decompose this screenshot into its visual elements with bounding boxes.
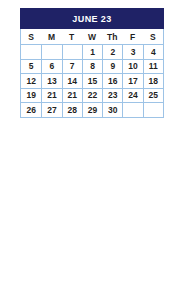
calendar-cell-day-13: 13 — [41, 73, 61, 88]
calendar-cell-day-11: 11 — [143, 59, 163, 74]
calendar-cell-day-2: 2 — [102, 44, 122, 59]
calendar-cell-day-12: 12 — [21, 73, 41, 88]
day-of-week-header-0: S — [21, 29, 41, 44]
calendar-cell-day-7: 7 — [62, 59, 82, 74]
calendar-cell-day-26: 26 — [21, 102, 41, 117]
calendar-cell-day-17: 17 — [122, 73, 142, 88]
calendar-cell-day-30: 30 — [102, 102, 122, 117]
calendar-cell-empty — [41, 44, 61, 59]
calendar-cell-empty — [62, 44, 82, 59]
calendar-cell-day-18: 18 — [143, 73, 163, 88]
calendar-cell-day-21: 21 — [62, 88, 82, 103]
mini-calendar: JUNE 23 SMTWThFS123456789101112131415161… — [20, 8, 164, 118]
day-of-week-header-4: Th — [102, 29, 122, 44]
calendar-cell-day-14: 14 — [62, 73, 82, 88]
day-of-week-header-1: M — [41, 29, 61, 44]
calendar-cell-day-15: 15 — [82, 73, 102, 88]
calendar-cell-day-22: 22 — [82, 88, 102, 103]
calendar-grid: SMTWThFS12345678910111213141516171819212… — [20, 29, 164, 118]
day-of-week-header-5: F — [122, 29, 142, 44]
calendar-cell-day-4: 4 — [143, 44, 163, 59]
calendar-cell-empty — [21, 44, 41, 59]
day-of-week-header-6: S — [143, 29, 163, 44]
calendar-cell-empty — [122, 102, 142, 117]
calendar-cell-day-1: 1 — [82, 44, 102, 59]
calendar-cell-day-3: 3 — [122, 44, 142, 59]
calendar-cell-day-24: 24 — [122, 88, 142, 103]
calendar-cell-day-5: 5 — [21, 59, 41, 74]
calendar-month-title: JUNE 23 — [20, 8, 164, 29]
calendar-cell-day-10: 10 — [122, 59, 142, 74]
day-of-week-header-3: W — [82, 29, 102, 44]
calendar-cell-day-29: 29 — [82, 102, 102, 117]
calendar-cell-day-6: 6 — [41, 59, 61, 74]
calendar-cell-empty — [143, 102, 163, 117]
calendar-cell-day-27: 27 — [41, 102, 61, 117]
calendar-cell-day-28: 28 — [62, 102, 82, 117]
calendar-cell-day-25: 25 — [143, 88, 163, 103]
calendar-cell-day-9: 9 — [102, 59, 122, 74]
calendar-cell-day-16: 16 — [102, 73, 122, 88]
calendar-cell-day-23: 23 — [102, 88, 122, 103]
day-of-week-header-2: T — [62, 29, 82, 44]
calendar-cell-day-8: 8 — [82, 59, 102, 74]
calendar-cell-day-21: 21 — [41, 88, 61, 103]
page-background: JUNE 23 SMTWThFS123456789101112131415161… — [0, 0, 187, 302]
calendar-cell-day-19: 19 — [21, 88, 41, 103]
